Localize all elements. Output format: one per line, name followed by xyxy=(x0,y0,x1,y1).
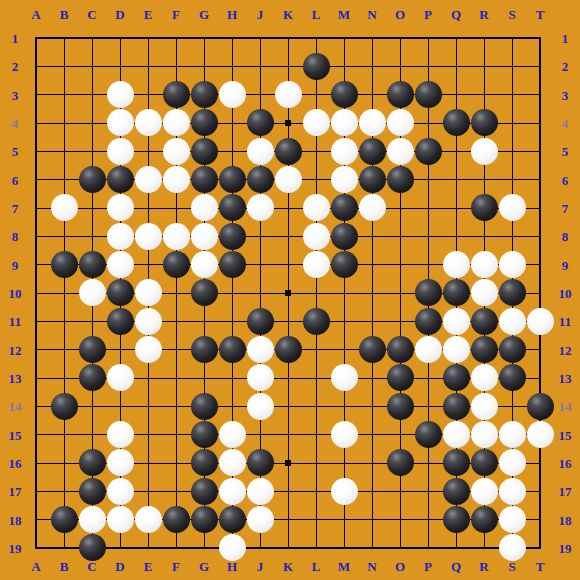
intersection-M10[interactable] xyxy=(330,279,358,307)
intersection-F9[interactable] xyxy=(162,250,190,278)
intersection-J2[interactable] xyxy=(246,52,274,80)
intersection-N2[interactable] xyxy=(358,52,386,80)
intersection-B1[interactable] xyxy=(50,24,78,52)
intersection-J10[interactable] xyxy=(246,279,274,307)
intersection-N12[interactable] xyxy=(358,335,386,363)
intersection-B15[interactable] xyxy=(50,420,78,448)
intersection-E10[interactable] xyxy=(134,279,162,307)
intersection-P15[interactable] xyxy=(414,420,442,448)
intersection-N1[interactable] xyxy=(358,24,386,52)
intersection-D6[interactable] xyxy=(106,165,134,193)
intersection-O10[interactable] xyxy=(386,279,414,307)
intersection-O9[interactable] xyxy=(386,250,414,278)
intersection-K1[interactable] xyxy=(274,24,302,52)
intersection-M2[interactable] xyxy=(330,52,358,80)
intersection-B4[interactable] xyxy=(50,109,78,137)
intersection-R15[interactable] xyxy=(470,420,498,448)
intersection-H10[interactable] xyxy=(218,279,246,307)
intersection-S18[interactable] xyxy=(498,505,526,533)
intersection-L16[interactable] xyxy=(302,449,330,477)
intersection-M15[interactable] xyxy=(330,420,358,448)
intersection-J5[interactable] xyxy=(246,137,274,165)
intersection-Q12[interactable] xyxy=(442,335,470,363)
intersection-B11[interactable] xyxy=(50,307,78,335)
intersection-D11[interactable] xyxy=(106,307,134,335)
intersection-L17[interactable] xyxy=(302,477,330,505)
intersection-L4[interactable] xyxy=(302,109,330,137)
intersection-O15[interactable] xyxy=(386,420,414,448)
intersection-F7[interactable] xyxy=(162,194,190,222)
intersection-T10[interactable] xyxy=(526,279,554,307)
intersection-K13[interactable] xyxy=(274,364,302,392)
intersection-L14[interactable] xyxy=(302,392,330,420)
intersection-G14[interactable] xyxy=(190,392,218,420)
intersection-H12[interactable] xyxy=(218,335,246,363)
intersection-P1[interactable] xyxy=(414,24,442,52)
intersection-L10[interactable] xyxy=(302,279,330,307)
intersection-B7[interactable] xyxy=(50,194,78,222)
intersection-B9[interactable] xyxy=(50,250,78,278)
intersection-A13[interactable] xyxy=(22,364,50,392)
intersection-R4[interactable] xyxy=(470,109,498,137)
intersection-S14[interactable] xyxy=(498,392,526,420)
intersection-F18[interactable] xyxy=(162,505,190,533)
intersection-K10[interactable] xyxy=(274,279,302,307)
intersection-P3[interactable] xyxy=(414,80,442,108)
intersection-G18[interactable] xyxy=(190,505,218,533)
intersection-K6[interactable] xyxy=(274,165,302,193)
intersection-R6[interactable] xyxy=(470,165,498,193)
intersection-P17[interactable] xyxy=(414,477,442,505)
intersection-A16[interactable] xyxy=(22,449,50,477)
intersection-O1[interactable] xyxy=(386,24,414,52)
intersection-F15[interactable] xyxy=(162,420,190,448)
intersection-N8[interactable] xyxy=(358,222,386,250)
intersection-S4[interactable] xyxy=(498,109,526,137)
intersection-F2[interactable] xyxy=(162,52,190,80)
intersection-E9[interactable] xyxy=(134,250,162,278)
intersection-T6[interactable] xyxy=(526,165,554,193)
intersection-E7[interactable] xyxy=(134,194,162,222)
intersection-J1[interactable] xyxy=(246,24,274,52)
intersection-F6[interactable] xyxy=(162,165,190,193)
intersection-T7[interactable] xyxy=(526,194,554,222)
intersection-O14[interactable] xyxy=(386,392,414,420)
intersection-C5[interactable] xyxy=(78,137,106,165)
intersection-B13[interactable] xyxy=(50,364,78,392)
intersection-P13[interactable] xyxy=(414,364,442,392)
intersection-Q7[interactable] xyxy=(442,194,470,222)
intersection-C4[interactable] xyxy=(78,109,106,137)
intersection-M11[interactable] xyxy=(330,307,358,335)
intersection-J6[interactable] xyxy=(246,165,274,193)
intersection-J15[interactable] xyxy=(246,420,274,448)
intersection-S1[interactable] xyxy=(498,24,526,52)
intersection-R13[interactable] xyxy=(470,364,498,392)
intersection-Q10[interactable] xyxy=(442,279,470,307)
intersection-E17[interactable] xyxy=(134,477,162,505)
intersection-L11[interactable] xyxy=(302,307,330,335)
intersection-N3[interactable] xyxy=(358,80,386,108)
intersection-E14[interactable] xyxy=(134,392,162,420)
intersection-B17[interactable] xyxy=(50,477,78,505)
intersection-D7[interactable] xyxy=(106,194,134,222)
intersection-A15[interactable] xyxy=(22,420,50,448)
intersection-E3[interactable] xyxy=(134,80,162,108)
intersection-R7[interactable] xyxy=(470,194,498,222)
intersection-O12[interactable] xyxy=(386,335,414,363)
intersection-J11[interactable] xyxy=(246,307,274,335)
intersection-B8[interactable] xyxy=(50,222,78,250)
intersection-E16[interactable] xyxy=(134,449,162,477)
intersection-G11[interactable] xyxy=(190,307,218,335)
intersection-H16[interactable] xyxy=(218,449,246,477)
intersection-J16[interactable] xyxy=(246,449,274,477)
intersection-A3[interactable] xyxy=(22,80,50,108)
intersection-L3[interactable] xyxy=(302,80,330,108)
intersection-P6[interactable] xyxy=(414,165,442,193)
intersection-D4[interactable] xyxy=(106,109,134,137)
intersection-H8[interactable] xyxy=(218,222,246,250)
intersection-O17[interactable] xyxy=(386,477,414,505)
intersection-H3[interactable] xyxy=(218,80,246,108)
intersection-N11[interactable] xyxy=(358,307,386,335)
intersection-N5[interactable] xyxy=(358,137,386,165)
intersection-N10[interactable] xyxy=(358,279,386,307)
intersection-E13[interactable] xyxy=(134,364,162,392)
intersection-O2[interactable] xyxy=(386,52,414,80)
intersection-G12[interactable] xyxy=(190,335,218,363)
intersection-A5[interactable] xyxy=(22,137,50,165)
intersection-H13[interactable] xyxy=(218,364,246,392)
intersection-L13[interactable] xyxy=(302,364,330,392)
intersection-M12[interactable] xyxy=(330,335,358,363)
intersection-A12[interactable] xyxy=(22,335,50,363)
intersection-D9[interactable] xyxy=(106,250,134,278)
intersection-L12[interactable] xyxy=(302,335,330,363)
intersection-R16[interactable] xyxy=(470,449,498,477)
intersection-L9[interactable] xyxy=(302,250,330,278)
intersection-D13[interactable] xyxy=(106,364,134,392)
intersection-A10[interactable] xyxy=(22,279,50,307)
intersection-M7[interactable] xyxy=(330,194,358,222)
intersection-H4[interactable] xyxy=(218,109,246,137)
intersection-T9[interactable] xyxy=(526,250,554,278)
intersection-D2[interactable] xyxy=(106,52,134,80)
intersection-P10[interactable] xyxy=(414,279,442,307)
intersection-K7[interactable] xyxy=(274,194,302,222)
intersection-H6[interactable] xyxy=(218,165,246,193)
intersection-L6[interactable] xyxy=(302,165,330,193)
intersection-J3[interactable] xyxy=(246,80,274,108)
intersection-F12[interactable] xyxy=(162,335,190,363)
intersection-K2[interactable] xyxy=(274,52,302,80)
intersection-O6[interactable] xyxy=(386,165,414,193)
intersection-F8[interactable] xyxy=(162,222,190,250)
intersection-M4[interactable] xyxy=(330,109,358,137)
intersection-S17[interactable] xyxy=(498,477,526,505)
intersection-F17[interactable] xyxy=(162,477,190,505)
intersection-N7[interactable] xyxy=(358,194,386,222)
intersection-S7[interactable] xyxy=(498,194,526,222)
intersection-Q13[interactable] xyxy=(442,364,470,392)
intersection-A11[interactable] xyxy=(22,307,50,335)
intersection-Q9[interactable] xyxy=(442,250,470,278)
intersection-K16[interactable] xyxy=(274,449,302,477)
intersection-A2[interactable] xyxy=(22,52,50,80)
intersection-B18[interactable] xyxy=(50,505,78,533)
intersection-R2[interactable] xyxy=(470,52,498,80)
intersection-M14[interactable] xyxy=(330,392,358,420)
intersection-J9[interactable] xyxy=(246,250,274,278)
intersection-M17[interactable] xyxy=(330,477,358,505)
intersection-D10[interactable] xyxy=(106,279,134,307)
intersection-H7[interactable] xyxy=(218,194,246,222)
intersection-M8[interactable] xyxy=(330,222,358,250)
intersection-C15[interactable] xyxy=(78,420,106,448)
intersection-C17[interactable] xyxy=(78,477,106,505)
intersection-K14[interactable] xyxy=(274,392,302,420)
intersection-C9[interactable] xyxy=(78,250,106,278)
intersection-L2[interactable] xyxy=(302,52,330,80)
intersection-S16[interactable] xyxy=(498,449,526,477)
intersection-O4[interactable] xyxy=(386,109,414,137)
intersection-A4[interactable] xyxy=(22,109,50,137)
intersection-P11[interactable] xyxy=(414,307,442,335)
intersection-K3[interactable] xyxy=(274,80,302,108)
intersection-D5[interactable] xyxy=(106,137,134,165)
intersection-N6[interactable] xyxy=(358,165,386,193)
intersection-K17[interactable] xyxy=(274,477,302,505)
intersection-G16[interactable] xyxy=(190,449,218,477)
intersection-G3[interactable] xyxy=(190,80,218,108)
intersection-S6[interactable] xyxy=(498,165,526,193)
intersection-R14[interactable] xyxy=(470,392,498,420)
intersection-D8[interactable] xyxy=(106,222,134,250)
intersection-B2[interactable] xyxy=(50,52,78,80)
intersection-S2[interactable] xyxy=(498,52,526,80)
intersection-B14[interactable] xyxy=(50,392,78,420)
intersection-E5[interactable] xyxy=(134,137,162,165)
intersection-J18[interactable] xyxy=(246,505,274,533)
intersection-C1[interactable] xyxy=(78,24,106,52)
intersection-A1[interactable] xyxy=(22,24,50,52)
intersection-F11[interactable] xyxy=(162,307,190,335)
intersection-B6[interactable] xyxy=(50,165,78,193)
intersection-N4[interactable] xyxy=(358,109,386,137)
intersection-Q4[interactable] xyxy=(442,109,470,137)
intersection-J13[interactable] xyxy=(246,364,274,392)
intersection-J14[interactable] xyxy=(246,392,274,420)
intersection-A14[interactable] xyxy=(22,392,50,420)
intersection-T11[interactable] xyxy=(526,307,554,335)
intersection-E11[interactable] xyxy=(134,307,162,335)
intersection-T12[interactable] xyxy=(526,335,554,363)
intersection-C10[interactable] xyxy=(78,279,106,307)
intersection-O3[interactable] xyxy=(386,80,414,108)
intersection-Q16[interactable] xyxy=(442,449,470,477)
intersection-T3[interactable] xyxy=(526,80,554,108)
intersection-R3[interactable] xyxy=(470,80,498,108)
intersection-M1[interactable] xyxy=(330,24,358,52)
intersection-A17[interactable] xyxy=(22,477,50,505)
intersection-P8[interactable] xyxy=(414,222,442,250)
intersection-C12[interactable] xyxy=(78,335,106,363)
intersection-Q8[interactable] xyxy=(442,222,470,250)
intersection-R11[interactable] xyxy=(470,307,498,335)
intersection-C7[interactable] xyxy=(78,194,106,222)
intersection-H15[interactable] xyxy=(218,420,246,448)
intersection-L15[interactable] xyxy=(302,420,330,448)
intersection-Q14[interactable] xyxy=(442,392,470,420)
intersection-Q3[interactable] xyxy=(442,80,470,108)
intersection-A7[interactable] xyxy=(22,194,50,222)
intersection-T5[interactable] xyxy=(526,137,554,165)
intersection-P18[interactable] xyxy=(414,505,442,533)
intersection-B3[interactable] xyxy=(50,80,78,108)
intersection-H14[interactable] xyxy=(218,392,246,420)
intersection-F4[interactable] xyxy=(162,109,190,137)
intersection-Q2[interactable] xyxy=(442,52,470,80)
intersection-H2[interactable] xyxy=(218,52,246,80)
intersection-C16[interactable] xyxy=(78,449,106,477)
intersection-D17[interactable] xyxy=(106,477,134,505)
intersection-K4[interactable] xyxy=(274,109,302,137)
intersection-S15[interactable] xyxy=(498,420,526,448)
intersection-H17[interactable] xyxy=(218,477,246,505)
intersection-M6[interactable] xyxy=(330,165,358,193)
intersection-Q11[interactable] xyxy=(442,307,470,335)
intersection-A9[interactable] xyxy=(22,250,50,278)
intersection-L7[interactable] xyxy=(302,194,330,222)
intersection-P4[interactable] xyxy=(414,109,442,137)
intersection-G4[interactable] xyxy=(190,109,218,137)
intersection-H11[interactable] xyxy=(218,307,246,335)
intersection-C6[interactable] xyxy=(78,165,106,193)
intersection-A8[interactable] xyxy=(22,222,50,250)
intersection-G7[interactable] xyxy=(190,194,218,222)
intersection-G17[interactable] xyxy=(190,477,218,505)
intersection-C11[interactable] xyxy=(78,307,106,335)
intersection-Q5[interactable] xyxy=(442,137,470,165)
intersection-G1[interactable] xyxy=(190,24,218,52)
intersection-H9[interactable] xyxy=(218,250,246,278)
intersection-T13[interactable] xyxy=(526,364,554,392)
intersection-N9[interactable] xyxy=(358,250,386,278)
intersection-R10[interactable] xyxy=(470,279,498,307)
intersection-R18[interactable] xyxy=(470,505,498,533)
intersection-A18[interactable] xyxy=(22,505,50,533)
intersection-T15[interactable] xyxy=(526,420,554,448)
intersection-P5[interactable] xyxy=(414,137,442,165)
intersection-T14[interactable] xyxy=(526,392,554,420)
intersection-L8[interactable] xyxy=(302,222,330,250)
intersection-K5[interactable] xyxy=(274,137,302,165)
intersection-T2[interactable] xyxy=(526,52,554,80)
intersection-O13[interactable] xyxy=(386,364,414,392)
intersection-O16[interactable] xyxy=(386,449,414,477)
intersection-K12[interactable] xyxy=(274,335,302,363)
intersection-C3[interactable] xyxy=(78,80,106,108)
intersection-O18[interactable] xyxy=(386,505,414,533)
intersection-J7[interactable] xyxy=(246,194,274,222)
intersection-B5[interactable] xyxy=(50,137,78,165)
intersection-Q6[interactable] xyxy=(442,165,470,193)
intersection-L1[interactable] xyxy=(302,24,330,52)
intersection-B12[interactable] xyxy=(50,335,78,363)
intersection-S12[interactable] xyxy=(498,335,526,363)
intersection-K18[interactable] xyxy=(274,505,302,533)
intersection-S11[interactable] xyxy=(498,307,526,335)
intersection-T18[interactable] xyxy=(526,505,554,533)
intersection-F10[interactable] xyxy=(162,279,190,307)
intersection-E4[interactable] xyxy=(134,109,162,137)
intersection-G2[interactable] xyxy=(190,52,218,80)
intersection-F14[interactable] xyxy=(162,392,190,420)
intersection-N16[interactable] xyxy=(358,449,386,477)
intersection-T16[interactable] xyxy=(526,449,554,477)
intersection-N17[interactable] xyxy=(358,477,386,505)
intersection-O8[interactable] xyxy=(386,222,414,250)
intersection-E2[interactable] xyxy=(134,52,162,80)
intersection-R17[interactable] xyxy=(470,477,498,505)
intersection-S5[interactable] xyxy=(498,137,526,165)
intersection-Q17[interactable] xyxy=(442,477,470,505)
intersection-P16[interactable] xyxy=(414,449,442,477)
intersection-O11[interactable] xyxy=(386,307,414,335)
intersection-K11[interactable] xyxy=(274,307,302,335)
intersection-M13[interactable] xyxy=(330,364,358,392)
intersection-P12[interactable] xyxy=(414,335,442,363)
intersection-Q18[interactable] xyxy=(442,505,470,533)
intersection-N13[interactable] xyxy=(358,364,386,392)
intersection-O7[interactable] xyxy=(386,194,414,222)
intersection-C18[interactable] xyxy=(78,505,106,533)
intersection-O5[interactable] xyxy=(386,137,414,165)
intersection-R12[interactable] xyxy=(470,335,498,363)
intersection-H5[interactable] xyxy=(218,137,246,165)
intersection-E18[interactable] xyxy=(134,505,162,533)
intersection-K15[interactable] xyxy=(274,420,302,448)
intersection-N15[interactable] xyxy=(358,420,386,448)
intersection-M5[interactable] xyxy=(330,137,358,165)
intersection-D3[interactable] xyxy=(106,80,134,108)
intersection-Q1[interactable] xyxy=(442,24,470,52)
intersection-M3[interactable] xyxy=(330,80,358,108)
intersection-J17[interactable] xyxy=(246,477,274,505)
intersection-P2[interactable] xyxy=(414,52,442,80)
intersection-S13[interactable] xyxy=(498,364,526,392)
intersection-C13[interactable] xyxy=(78,364,106,392)
intersection-B10[interactable] xyxy=(50,279,78,307)
intersection-T17[interactable] xyxy=(526,477,554,505)
intersection-T1[interactable] xyxy=(526,24,554,52)
intersection-C8[interactable] xyxy=(78,222,106,250)
intersection-L5[interactable] xyxy=(302,137,330,165)
intersection-E1[interactable] xyxy=(134,24,162,52)
intersection-F1[interactable] xyxy=(162,24,190,52)
intersection-G5[interactable] xyxy=(190,137,218,165)
intersection-K8[interactable] xyxy=(274,222,302,250)
intersection-M16[interactable] xyxy=(330,449,358,477)
intersection-N18[interactable] xyxy=(358,505,386,533)
intersection-H1[interactable] xyxy=(218,24,246,52)
intersection-D18[interactable] xyxy=(106,505,134,533)
intersection-C2[interactable] xyxy=(78,52,106,80)
intersection-J8[interactable] xyxy=(246,222,274,250)
intersection-D14[interactable] xyxy=(106,392,134,420)
intersection-C14[interactable] xyxy=(78,392,106,420)
